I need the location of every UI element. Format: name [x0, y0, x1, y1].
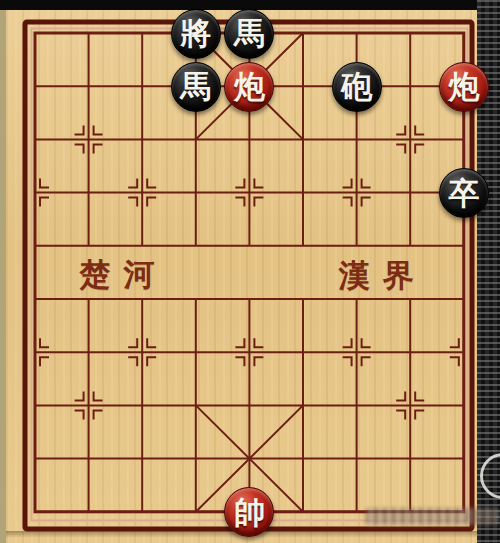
intersection-f0-r2[interactable] [8, 113, 62, 166]
intersection-f2-r4[interactable] [115, 220, 169, 273]
intersection-f8-r6[interactable] [437, 326, 491, 379]
intersection-f0-r3[interactable] [8, 167, 62, 220]
intersection-f1-r1[interactable] [62, 60, 116, 113]
intersection-f2-r1[interactable] [115, 60, 169, 113]
intersection-f8-r2[interactable] [437, 113, 491, 166]
intersection-f4-r9[interactable]: 帥 [223, 486, 277, 539]
intersection-f7-r1[interactable] [384, 60, 438, 113]
intersection-f7-r2[interactable] [384, 113, 438, 166]
intersection-f8-r0[interactable] [437, 7, 491, 60]
intersection-f1-r7[interactable] [62, 379, 116, 432]
black-cannon-glyph: 砲 [341, 71, 372, 102]
black-horse-piece[interactable]: 馬 [171, 62, 221, 112]
red-general-piece[interactable]: 帥 [224, 487, 274, 537]
intersection-f3-r6[interactable] [169, 326, 223, 379]
intersection-f0-r4[interactable] [8, 220, 62, 273]
intersection-f5-r2[interactable] [276, 113, 330, 166]
intersection-f5-r6[interactable] [276, 326, 330, 379]
intersection-f3-r9[interactable] [169, 486, 223, 539]
intersection-f7-r8[interactable] [384, 433, 438, 486]
intersection-f4-r0[interactable]: 馬 [223, 7, 277, 60]
black-soldier-glyph: 卒 [449, 178, 480, 209]
intersection-f6-r0[interactable] [330, 7, 384, 60]
black-cannon-piece[interactable]: 砲 [332, 62, 382, 112]
intersection-f1-r0[interactable] [62, 7, 116, 60]
intersection-f1-r2[interactable] [62, 113, 116, 166]
intersection-f0-r0[interactable] [8, 7, 62, 60]
intersection-f7-r6[interactable] [384, 326, 438, 379]
intersection-f4-r6[interactable] [223, 326, 277, 379]
intersection-f3-r7[interactable] [169, 379, 223, 432]
intersection-f5-r4[interactable] [276, 220, 330, 273]
board-grid: 將馬馬炮砲炮卒帥 [8, 7, 491, 539]
intersection-f2-r7[interactable] [115, 379, 169, 432]
red-cannon-piece[interactable]: 炮 [224, 62, 274, 112]
intersection-f4-r4[interactable] [223, 220, 277, 273]
red-cannon-glyph: 炮 [449, 71, 480, 102]
intersection-f3-r8[interactable] [169, 433, 223, 486]
intersection-f5-r5[interactable] [276, 273, 330, 326]
intersection-f1-r5[interactable] [62, 273, 116, 326]
intersection-f6-r1[interactable]: 砲 [330, 60, 384, 113]
intersection-f0-r8[interactable] [8, 433, 62, 486]
intersection-f6-r8[interactable] [330, 433, 384, 486]
intersection-f1-r4[interactable] [62, 220, 116, 273]
intersection-f5-r9[interactable] [276, 486, 330, 539]
intersection-f3-r4[interactable] [169, 220, 223, 273]
intersection-f7-r5[interactable] [384, 273, 438, 326]
intersection-f8-r4[interactable] [437, 220, 491, 273]
intersection-f4-r1[interactable]: 炮 [223, 60, 277, 113]
intersection-f0-r7[interactable] [8, 379, 62, 432]
intersection-f7-r0[interactable] [384, 7, 438, 60]
intersection-f3-r5[interactable] [169, 273, 223, 326]
intersection-f6-r3[interactable] [330, 167, 384, 220]
intersection-f4-r2[interactable] [223, 113, 277, 166]
intersection-f2-r9[interactable] [115, 486, 169, 539]
intersection-f7-r4[interactable] [384, 220, 438, 273]
black-horse-piece[interactable]: 馬 [224, 9, 274, 59]
intersection-f8-r3[interactable]: 卒 [437, 167, 491, 220]
intersection-f1-r6[interactable] [62, 326, 116, 379]
screenshot-root: 楚河 漢界 將馬馬炮砲炮卒帥 [0, 0, 500, 543]
intersection-f1-r9[interactable] [62, 486, 116, 539]
intersection-f5-r7[interactable] [276, 379, 330, 432]
intersection-f6-r5[interactable] [330, 273, 384, 326]
intersection-f6-r4[interactable] [330, 220, 384, 273]
intersection-f4-r8[interactable] [223, 433, 277, 486]
black-general-piece[interactable]: 將 [171, 9, 221, 59]
intersection-f2-r6[interactable] [115, 326, 169, 379]
intersection-f3-r0[interactable]: 將 [169, 7, 223, 60]
intersection-f4-r5[interactable] [223, 273, 277, 326]
intersection-f5-r3[interactable] [276, 167, 330, 220]
blurred-watermark [366, 508, 498, 525]
black-horse-glyph: 馬 [180, 71, 211, 102]
intersection-f8-r7[interactable] [437, 379, 491, 432]
intersection-f6-r6[interactable] [330, 326, 384, 379]
intersection-f6-r7[interactable] [330, 379, 384, 432]
black-soldier-piece[interactable]: 卒 [439, 168, 489, 218]
intersection-f2-r2[interactable] [115, 113, 169, 166]
intersection-f0-r6[interactable] [8, 326, 62, 379]
intersection-f8-r1[interactable]: 炮 [437, 60, 491, 113]
intersection-f3-r2[interactable] [169, 113, 223, 166]
intersection-f5-r0[interactable] [276, 7, 330, 60]
intersection-f4-r7[interactable] [223, 379, 277, 432]
intersection-f2-r8[interactable] [115, 433, 169, 486]
intersection-f5-r8[interactable] [276, 433, 330, 486]
intersection-f0-r5[interactable] [8, 273, 62, 326]
intersection-f2-r0[interactable] [115, 7, 169, 60]
red-cannon-piece[interactable]: 炮 [439, 62, 489, 112]
red-cannon-glyph: 炮 [234, 71, 265, 102]
black-horse-glyph: 馬 [234, 18, 265, 49]
intersection-f8-r8[interactable] [437, 433, 491, 486]
intersection-f4-r3[interactable] [223, 167, 277, 220]
intersection-f0-r1[interactable] [8, 60, 62, 113]
intersection-f2-r5[interactable] [115, 273, 169, 326]
intersection-f3-r3[interactable] [169, 167, 223, 220]
red-general-glyph: 帥 [234, 497, 265, 528]
intersection-f1-r3[interactable] [62, 167, 116, 220]
intersection-f5-r1[interactable] [276, 60, 330, 113]
intersection-f3-r1[interactable]: 馬 [169, 60, 223, 113]
intersection-f1-r8[interactable] [62, 433, 116, 486]
intersection-f0-r9[interactable] [8, 486, 62, 539]
intersection-f7-r7[interactable] [384, 379, 438, 432]
intersection-f6-r2[interactable] [330, 113, 384, 166]
intersection-f2-r3[interactable] [115, 167, 169, 220]
intersection-f8-r5[interactable] [437, 273, 491, 326]
black-general-glyph: 將 [180, 18, 211, 49]
intersection-f7-r3[interactable] [384, 167, 438, 220]
